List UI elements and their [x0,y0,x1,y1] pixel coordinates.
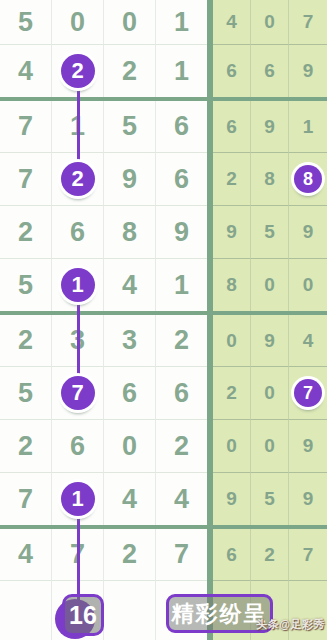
cell-r7-c5: 0 [213,315,251,367]
cell-r4-c6: 8 [251,153,289,206]
cell-r8-c1: 5 [0,367,52,420]
cell-r6-c6: 0 [251,259,289,311]
cell-r4-c1: 7 [0,153,52,206]
cell-r8-c7: 7 [289,367,327,420]
footer-cell-c3 [104,581,156,640]
cell-r3-c6: 9 [251,101,289,153]
cell-r5-c4: 9 [156,206,207,259]
cell-r8-c5: 2 [213,367,251,420]
cell-r2-c5: 6 [213,45,251,97]
cell-r10-c1: 7 [0,473,52,525]
cell-r4-c4: 6 [156,153,207,206]
cell-r9-c6: 0 [251,420,289,473]
cell-r3-c1: 7 [0,101,52,153]
count-badge: 16 [62,594,104,636]
cell-r9-c5: 0 [213,420,251,473]
cell-r5-c1: 2 [0,206,52,259]
cell-r4-c7: 8 [289,153,327,206]
cell-r2-c7: 9 [289,45,327,97]
cell-r4-c5: 2 [213,153,251,206]
cell-r7-c6: 9 [251,315,289,367]
trend-circle: 8 [294,165,322,193]
cell-r2-c2: 2 [52,45,104,97]
cell-r3-c2: 1 [52,101,104,153]
cell-r1-c7: 7 [289,0,327,45]
cell-r7-c1: 2 [0,315,52,367]
cell-r7-c2: 3 [52,315,104,367]
trend-circle: 7 [61,376,95,410]
cell-r11-c2: 7 [52,529,104,581]
board-grid: 5001407422166971566917296288268995951418… [0,0,327,640]
cell-r8-c6: 0 [251,367,289,420]
cell-r4-c2: 2 [52,153,104,206]
cell-r6-c5: 8 [213,259,251,311]
cell-r11-c7: 7 [289,529,327,581]
cell-r6-c3: 4 [104,259,156,311]
watermark: 头条@足彩秀 [256,617,325,632]
cell-r8-c4: 6 [156,367,207,420]
cell-r3-c5: 6 [213,101,251,153]
cell-r10-c4: 4 [156,473,207,525]
cell-r5-c5: 9 [213,206,251,259]
cell-r2-c4: 1 [156,45,207,97]
cell-r11-c1: 4 [0,529,52,581]
cell-r5-c7: 9 [289,206,327,259]
cell-r11-c4: 7 [156,529,207,581]
cell-r10-c6: 5 [251,473,289,525]
cell-r8-c2: 7 [52,367,104,420]
cell-r9-c2: 6 [52,420,104,473]
cell-r9-c4: 2 [156,420,207,473]
cell-r5-c3: 8 [104,206,156,259]
board: 5001407422166971566917296288268995951418… [0,0,327,640]
cell-r11-c6: 2 [251,529,289,581]
cell-r8-c3: 6 [104,367,156,420]
trend-circle: 1 [61,268,95,302]
cell-r3-c4: 6 [156,101,207,153]
cell-r9-c7: 9 [289,420,327,473]
cell-r4-c3: 9 [104,153,156,206]
trend-circle: 2 [61,54,95,88]
cell-r11-c5: 6 [213,529,251,581]
cell-r6-c1: 5 [0,259,52,311]
cell-r2-c6: 6 [251,45,289,97]
cell-r1-c1: 5 [0,0,52,45]
cell-r10-c5: 9 [213,473,251,525]
cell-r1-c5: 4 [213,0,251,45]
cell-r10-c7: 9 [289,473,327,525]
cell-r7-c4: 2 [156,315,207,367]
cell-r2-c1: 4 [0,45,52,97]
cell-r6-c7: 0 [289,259,327,311]
cell-r9-c1: 2 [0,420,52,473]
cell-r6-c2: 1 [52,259,104,311]
cell-r3-c3: 5 [104,101,156,153]
cell-r1-c6: 0 [251,0,289,45]
trend-circle: 1 [61,482,95,516]
cell-r9-c3: 0 [104,420,156,473]
cell-r6-c4: 1 [156,259,207,311]
trend-circle: 7 [294,379,322,407]
cell-r5-c6: 5 [251,206,289,259]
cell-r7-c7: 4 [289,315,327,367]
trend-circle: 2 [61,162,95,196]
cell-r11-c3: 2 [104,529,156,581]
cell-r1-c3: 0 [104,0,156,45]
cell-r10-c2: 1 [52,473,104,525]
cell-r10-c3: 4 [104,473,156,525]
footer-cell-c1 [0,581,52,640]
cell-r5-c2: 6 [52,206,104,259]
cell-r2-c3: 2 [104,45,156,97]
cell-r7-c3: 3 [104,315,156,367]
cell-r1-c4: 1 [156,0,207,45]
cell-r1-c2: 0 [52,0,104,45]
cell-r3-c7: 1 [289,101,327,153]
